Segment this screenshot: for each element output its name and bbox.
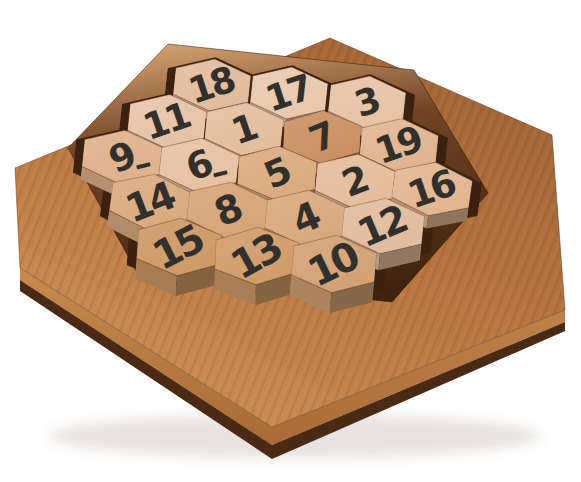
tile-15[interactable]: 15: [134, 216, 223, 301]
tiles-layer: 18173111719965216148412151310: [0, 0, 581, 482]
tile-13[interactable]: 13: [213, 225, 299, 307]
tile-10[interactable]: 10: [288, 231, 378, 317]
puzzle-scene: 18173111719965216148412151310: [0, 0, 581, 482]
